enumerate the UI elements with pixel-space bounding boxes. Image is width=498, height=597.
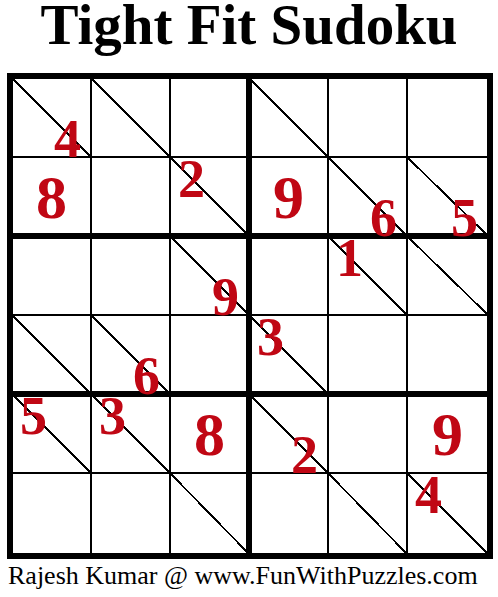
cell-r1c4[interactable]	[250, 79, 329, 158]
cell-r2c2[interactable]	[92, 158, 171, 237]
cell-r6c4[interactable]	[250, 474, 329, 553]
cell-r4c6[interactable]	[408, 316, 487, 395]
cell-r5c2[interactable]: 3	[92, 395, 171, 474]
cell-r3c1[interactable]	[13, 237, 92, 316]
cell-r5c1[interactable]: 5	[13, 395, 92, 474]
given-digit-lower: 5	[451, 191, 478, 245]
page-title: Tight Fit Sudoku	[0, 0, 498, 58]
cell-r2c5[interactable]: 6	[329, 158, 408, 237]
cell-r6c3[interactable]	[171, 474, 250, 553]
credit-text: Rajesh Kumar @ www.FunWithPuzzles.com	[8, 561, 478, 591]
cell-r3c6[interactable]	[408, 237, 487, 316]
box-divider-horizontal-1	[13, 233, 487, 239]
cell-r4c4[interactable]: 3	[250, 316, 329, 395]
box-divider-vertical	[246, 79, 252, 553]
cell-r6c6[interactable]: 4	[408, 474, 487, 553]
given-digit-lower: 2	[291, 428, 318, 482]
given-digit-lower: 9	[212, 270, 239, 324]
cell-r4c1[interactable]	[13, 316, 92, 395]
cell-r5c3[interactable]: 8	[171, 395, 250, 474]
cell-r3c5[interactable]: 1	[329, 237, 408, 316]
cell-r4c5[interactable]	[329, 316, 408, 395]
cell-r1c3[interactable]	[171, 79, 250, 158]
given-digit-lower: 6	[133, 349, 160, 403]
given-digit-upper: 1	[336, 231, 363, 285]
cell-r6c5[interactable]	[329, 474, 408, 553]
given-digit-upper: 5	[20, 389, 47, 443]
cell-r1c1[interactable]: 4	[13, 79, 92, 158]
cell-r6c1[interactable]	[13, 474, 92, 553]
cell-r3c4[interactable]	[250, 237, 329, 316]
page: Tight Fit Sudoku 4829659163538294 Rajesh…	[0, 0, 498, 597]
given-digit-center: 9	[273, 166, 304, 228]
cell-r5c5[interactable]	[329, 395, 408, 474]
given-digit-center: 8	[36, 166, 67, 228]
given-digit-center: 9	[432, 403, 463, 465]
cell-r2c1[interactable]: 8	[13, 158, 92, 237]
cell-r2c3[interactable]: 2	[171, 158, 250, 237]
cell-r1c2[interactable]	[92, 79, 171, 158]
cell-r3c3[interactable]: 9	[171, 237, 250, 316]
given-digit-center: 8	[194, 403, 225, 465]
given-digit-upper: 2	[178, 152, 205, 206]
cell-r3c2[interactable]	[92, 237, 171, 316]
box-divider-horizontal-2	[13, 391, 487, 397]
given-digit-upper: 3	[99, 389, 126, 443]
cell-r5c4[interactable]: 2	[250, 395, 329, 474]
cell-r1c6[interactable]	[408, 79, 487, 158]
cell-r1c5[interactable]	[329, 79, 408, 158]
cell-r2c4[interactable]: 9	[250, 158, 329, 237]
cell-r4c2[interactable]: 6	[92, 316, 171, 395]
cell-r6c2[interactable]	[92, 474, 171, 553]
given-digit-upper: 4	[415, 468, 442, 522]
cell-r4c3[interactable]	[171, 316, 250, 395]
cell-r5c6[interactable]: 9	[408, 395, 487, 474]
cell-r2c6[interactable]: 5	[408, 158, 487, 237]
sudoku-grid: 4829659163538294	[7, 73, 493, 559]
given-digit-lower: 6	[370, 191, 397, 245]
given-digit-upper: 3	[257, 310, 284, 364]
given-digit-lower: 4	[54, 112, 81, 166]
